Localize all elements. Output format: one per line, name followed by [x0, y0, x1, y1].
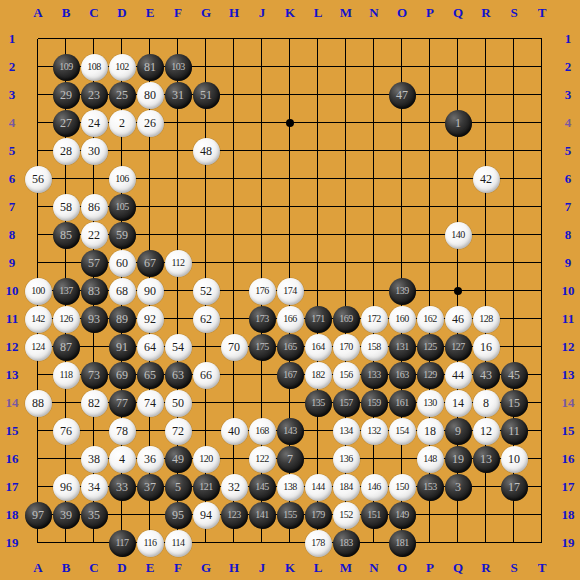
- intersection-H9[interactable]: [220, 249, 248, 277]
- intersection-N2[interactable]: [360, 53, 388, 81]
- intersection-H13[interactable]: [220, 361, 248, 389]
- intersection-C3[interactable]: 23: [80, 81, 108, 109]
- intersection-T14[interactable]: [528, 389, 556, 417]
- intersection-F1[interactable]: [164, 25, 192, 53]
- intersection-P2[interactable]: [416, 53, 444, 81]
- intersection-N10[interactable]: [360, 277, 388, 305]
- intersection-E5[interactable]: [136, 137, 164, 165]
- intersection-A9[interactable]: [24, 249, 52, 277]
- intersection-P4[interactable]: [416, 109, 444, 137]
- intersection-Q11[interactable]: 46: [444, 305, 472, 333]
- intersection-B5[interactable]: 28: [52, 137, 80, 165]
- intersection-D8[interactable]: 59: [108, 221, 136, 249]
- intersection-O8[interactable]: [388, 221, 416, 249]
- intersection-F8[interactable]: [164, 221, 192, 249]
- intersection-L19[interactable]: 178: [304, 529, 332, 557]
- intersection-J11[interactable]: 173: [248, 305, 276, 333]
- intersection-C6[interactable]: [80, 165, 108, 193]
- intersection-B13[interactable]: 118: [52, 361, 80, 389]
- intersection-H12[interactable]: 70: [220, 333, 248, 361]
- intersection-N19[interactable]: [360, 529, 388, 557]
- intersection-E16[interactable]: 36: [136, 445, 164, 473]
- intersection-C10[interactable]: 83: [80, 277, 108, 305]
- intersection-Q13[interactable]: 44: [444, 361, 472, 389]
- intersection-O4[interactable]: [388, 109, 416, 137]
- intersection-F11[interactable]: [164, 305, 192, 333]
- intersection-J4[interactable]: [248, 109, 276, 137]
- intersection-E7[interactable]: [136, 193, 164, 221]
- intersection-F14[interactable]: 50: [164, 389, 192, 417]
- intersection-R13[interactable]: 43: [472, 361, 500, 389]
- intersection-D19[interactable]: 117: [108, 529, 136, 557]
- intersection-G15[interactable]: [192, 417, 220, 445]
- intersection-N9[interactable]: [360, 249, 388, 277]
- intersection-E3[interactable]: 80: [136, 81, 164, 109]
- intersection-P3[interactable]: [416, 81, 444, 109]
- intersection-S15[interactable]: 11: [500, 417, 528, 445]
- intersection-R14[interactable]: 8: [472, 389, 500, 417]
- intersection-F13[interactable]: 63: [164, 361, 192, 389]
- intersection-J16[interactable]: 122: [248, 445, 276, 473]
- intersection-R5[interactable]: [472, 137, 500, 165]
- intersection-K1[interactable]: [276, 25, 304, 53]
- intersection-G3[interactable]: 51: [192, 81, 220, 109]
- intersection-G7[interactable]: [192, 193, 220, 221]
- intersection-K2[interactable]: [276, 53, 304, 81]
- intersection-B14[interactable]: [52, 389, 80, 417]
- intersection-E2[interactable]: 81: [136, 53, 164, 81]
- intersection-F2[interactable]: 103: [164, 53, 192, 81]
- intersection-M16[interactable]: 136: [332, 445, 360, 473]
- intersection-R16[interactable]: 13: [472, 445, 500, 473]
- intersection-R11[interactable]: 128: [472, 305, 500, 333]
- intersection-H5[interactable]: [220, 137, 248, 165]
- intersection-O15[interactable]: 154: [388, 417, 416, 445]
- intersection-N12[interactable]: 158: [360, 333, 388, 361]
- intersection-C1[interactable]: [80, 25, 108, 53]
- intersection-J8[interactable]: [248, 221, 276, 249]
- intersection-O1[interactable]: [388, 25, 416, 53]
- intersection-T19[interactable]: [528, 529, 556, 557]
- intersection-G13[interactable]: 66: [192, 361, 220, 389]
- intersection-T9[interactable]: [528, 249, 556, 277]
- intersection-N17[interactable]: 146: [360, 473, 388, 501]
- intersection-M13[interactable]: 156: [332, 361, 360, 389]
- intersection-P16[interactable]: 148: [416, 445, 444, 473]
- intersection-S16[interactable]: 10: [500, 445, 528, 473]
- intersection-C19[interactable]: [80, 529, 108, 557]
- intersection-R15[interactable]: 12: [472, 417, 500, 445]
- intersection-D14[interactable]: 77: [108, 389, 136, 417]
- intersection-P18[interactable]: [416, 501, 444, 529]
- intersection-P12[interactable]: 125: [416, 333, 444, 361]
- intersection-C5[interactable]: 30: [80, 137, 108, 165]
- intersection-S7[interactable]: [500, 193, 528, 221]
- intersection-D18[interactable]: [108, 501, 136, 529]
- intersection-A6[interactable]: 56: [24, 165, 52, 193]
- intersection-R6[interactable]: 42: [472, 165, 500, 193]
- intersection-F3[interactable]: 31: [164, 81, 192, 109]
- intersection-G9[interactable]: [192, 249, 220, 277]
- intersection-H19[interactable]: [220, 529, 248, 557]
- intersection-J13[interactable]: [248, 361, 276, 389]
- intersection-Q5[interactable]: [444, 137, 472, 165]
- intersection-A17[interactable]: [24, 473, 52, 501]
- intersection-B6[interactable]: [52, 165, 80, 193]
- intersection-K11[interactable]: 166: [276, 305, 304, 333]
- intersection-M18[interactable]: 152: [332, 501, 360, 529]
- intersection-L16[interactable]: [304, 445, 332, 473]
- intersection-B15[interactable]: 76: [52, 417, 80, 445]
- intersection-L10[interactable]: [304, 277, 332, 305]
- intersection-P1[interactable]: [416, 25, 444, 53]
- intersection-T11[interactable]: [528, 305, 556, 333]
- intersection-F4[interactable]: [164, 109, 192, 137]
- intersection-S5[interactable]: [500, 137, 528, 165]
- intersection-K12[interactable]: 165: [276, 333, 304, 361]
- intersection-J5[interactable]: [248, 137, 276, 165]
- intersection-D1[interactable]: [108, 25, 136, 53]
- intersection-S17[interactable]: 17: [500, 473, 528, 501]
- intersection-J2[interactable]: [248, 53, 276, 81]
- intersection-O19[interactable]: 181: [388, 529, 416, 557]
- intersection-D9[interactable]: 60: [108, 249, 136, 277]
- intersection-M15[interactable]: 134: [332, 417, 360, 445]
- intersection-E11[interactable]: 92: [136, 305, 164, 333]
- intersection-A10[interactable]: 100: [24, 277, 52, 305]
- intersection-B9[interactable]: [52, 249, 80, 277]
- intersection-C14[interactable]: 82: [80, 389, 108, 417]
- intersection-L15[interactable]: [304, 417, 332, 445]
- intersection-L11[interactable]: 171: [304, 305, 332, 333]
- intersection-J15[interactable]: 168: [248, 417, 276, 445]
- intersection-F10[interactable]: [164, 277, 192, 305]
- intersection-O14[interactable]: 161: [388, 389, 416, 417]
- intersection-B10[interactable]: 137: [52, 277, 80, 305]
- intersection-K15[interactable]: 143: [276, 417, 304, 445]
- intersection-S13[interactable]: 45: [500, 361, 528, 389]
- intersection-O9[interactable]: [388, 249, 416, 277]
- intersection-L18[interactable]: 179: [304, 501, 332, 529]
- intersection-E12[interactable]: 64: [136, 333, 164, 361]
- intersection-B1[interactable]: [52, 25, 80, 53]
- intersection-C4[interactable]: 24: [80, 109, 108, 137]
- intersection-L17[interactable]: 144: [304, 473, 332, 501]
- intersection-R12[interactable]: 16: [472, 333, 500, 361]
- intersection-R9[interactable]: [472, 249, 500, 277]
- intersection-P14[interactable]: 130: [416, 389, 444, 417]
- intersection-R10[interactable]: [472, 277, 500, 305]
- intersection-E13[interactable]: 65: [136, 361, 164, 389]
- intersection-Q14[interactable]: 14: [444, 389, 472, 417]
- intersection-P11[interactable]: 162: [416, 305, 444, 333]
- intersection-C15[interactable]: [80, 417, 108, 445]
- intersection-N15[interactable]: 132: [360, 417, 388, 445]
- intersection-N8[interactable]: [360, 221, 388, 249]
- intersection-M4[interactable]: [332, 109, 360, 137]
- intersection-H2[interactable]: [220, 53, 248, 81]
- intersection-R1[interactable]: [472, 25, 500, 53]
- intersection-O18[interactable]: 149: [388, 501, 416, 529]
- intersection-O6[interactable]: [388, 165, 416, 193]
- intersection-N18[interactable]: 151: [360, 501, 388, 529]
- intersection-H4[interactable]: [220, 109, 248, 137]
- intersection-C2[interactable]: 108: [80, 53, 108, 81]
- intersection-E6[interactable]: [136, 165, 164, 193]
- intersection-J1[interactable]: [248, 25, 276, 53]
- intersection-D13[interactable]: 69: [108, 361, 136, 389]
- intersection-J10[interactable]: 176: [248, 277, 276, 305]
- intersection-H18[interactable]: 123: [220, 501, 248, 529]
- intersection-F19[interactable]: 114: [164, 529, 192, 557]
- intersection-O5[interactable]: [388, 137, 416, 165]
- intersection-G6[interactable]: [192, 165, 220, 193]
- intersection-S4[interactable]: [500, 109, 528, 137]
- intersection-G12[interactable]: [192, 333, 220, 361]
- intersection-P13[interactable]: 129: [416, 361, 444, 389]
- intersection-A13[interactable]: [24, 361, 52, 389]
- intersection-N3[interactable]: [360, 81, 388, 109]
- intersection-C17[interactable]: 34: [80, 473, 108, 501]
- intersection-A4[interactable]: [24, 109, 52, 137]
- intersection-B18[interactable]: 39: [52, 501, 80, 529]
- intersection-D17[interactable]: 33: [108, 473, 136, 501]
- intersection-A8[interactable]: [24, 221, 52, 249]
- intersection-K6[interactable]: [276, 165, 304, 193]
- intersection-B7[interactable]: 58: [52, 193, 80, 221]
- intersection-F7[interactable]: [164, 193, 192, 221]
- intersection-N14[interactable]: 159: [360, 389, 388, 417]
- intersection-K19[interactable]: [276, 529, 304, 557]
- intersection-F16[interactable]: 49: [164, 445, 192, 473]
- intersection-L12[interactable]: 164: [304, 333, 332, 361]
- intersection-B4[interactable]: 27: [52, 109, 80, 137]
- intersection-O17[interactable]: 150: [388, 473, 416, 501]
- intersection-H3[interactable]: [220, 81, 248, 109]
- intersection-C13[interactable]: 73: [80, 361, 108, 389]
- intersection-A5[interactable]: [24, 137, 52, 165]
- intersection-F17[interactable]: 5: [164, 473, 192, 501]
- intersection-O12[interactable]: 131: [388, 333, 416, 361]
- intersection-N1[interactable]: [360, 25, 388, 53]
- intersection-L9[interactable]: [304, 249, 332, 277]
- intersection-G10[interactable]: 52: [192, 277, 220, 305]
- intersection-R17[interactable]: [472, 473, 500, 501]
- intersection-A3[interactable]: [24, 81, 52, 109]
- intersection-L3[interactable]: [304, 81, 332, 109]
- intersection-F15[interactable]: 72: [164, 417, 192, 445]
- intersection-R3[interactable]: [472, 81, 500, 109]
- intersection-R18[interactable]: [472, 501, 500, 529]
- intersection-K4[interactable]: [276, 109, 304, 137]
- intersection-O16[interactable]: [388, 445, 416, 473]
- intersection-T8[interactable]: [528, 221, 556, 249]
- intersection-M7[interactable]: [332, 193, 360, 221]
- intersection-F18[interactable]: 95: [164, 501, 192, 529]
- intersection-A7[interactable]: [24, 193, 52, 221]
- intersection-P8[interactable]: [416, 221, 444, 249]
- intersection-A1[interactable]: [24, 25, 52, 53]
- intersection-H15[interactable]: 40: [220, 417, 248, 445]
- intersection-M11[interactable]: 169: [332, 305, 360, 333]
- intersection-B12[interactable]: 87: [52, 333, 80, 361]
- intersection-D3[interactable]: 25: [108, 81, 136, 109]
- intersection-R19[interactable]: [472, 529, 500, 557]
- intersection-M12[interactable]: 170: [332, 333, 360, 361]
- intersection-Q3[interactable]: [444, 81, 472, 109]
- intersection-N16[interactable]: [360, 445, 388, 473]
- intersection-D2[interactable]: 102: [108, 53, 136, 81]
- intersection-Q4[interactable]: 1: [444, 109, 472, 137]
- intersection-D15[interactable]: 78: [108, 417, 136, 445]
- intersection-D16[interactable]: 4: [108, 445, 136, 473]
- intersection-G17[interactable]: 121: [192, 473, 220, 501]
- intersection-T15[interactable]: [528, 417, 556, 445]
- intersection-Q12[interactable]: 127: [444, 333, 472, 361]
- intersection-H1[interactable]: [220, 25, 248, 53]
- intersection-M9[interactable]: [332, 249, 360, 277]
- intersection-H17[interactable]: 32: [220, 473, 248, 501]
- intersection-L1[interactable]: [304, 25, 332, 53]
- intersection-M17[interactable]: 184: [332, 473, 360, 501]
- intersection-E19[interactable]: 116: [136, 529, 164, 557]
- intersection-L2[interactable]: [304, 53, 332, 81]
- intersection-A14[interactable]: 88: [24, 389, 52, 417]
- intersection-S18[interactable]: [500, 501, 528, 529]
- intersection-N13[interactable]: 133: [360, 361, 388, 389]
- intersection-G18[interactable]: 94: [192, 501, 220, 529]
- intersection-T5[interactable]: [528, 137, 556, 165]
- intersection-H10[interactable]: [220, 277, 248, 305]
- intersection-P9[interactable]: [416, 249, 444, 277]
- intersection-T7[interactable]: [528, 193, 556, 221]
- intersection-G14[interactable]: [192, 389, 220, 417]
- intersection-A18[interactable]: 97: [24, 501, 52, 529]
- intersection-J17[interactable]: 145: [248, 473, 276, 501]
- intersection-S10[interactable]: [500, 277, 528, 305]
- intersection-D6[interactable]: 106: [108, 165, 136, 193]
- intersection-E8[interactable]: [136, 221, 164, 249]
- intersection-J14[interactable]: [248, 389, 276, 417]
- intersection-K8[interactable]: [276, 221, 304, 249]
- intersection-B8[interactable]: 85: [52, 221, 80, 249]
- intersection-N7[interactable]: [360, 193, 388, 221]
- intersection-O7[interactable]: [388, 193, 416, 221]
- intersection-S11[interactable]: [500, 305, 528, 333]
- intersection-M10[interactable]: [332, 277, 360, 305]
- intersection-E17[interactable]: 37: [136, 473, 164, 501]
- intersection-M8[interactable]: [332, 221, 360, 249]
- intersection-T16[interactable]: [528, 445, 556, 473]
- intersection-D11[interactable]: 89: [108, 305, 136, 333]
- intersection-P6[interactable]: [416, 165, 444, 193]
- intersection-F12[interactable]: 54: [164, 333, 192, 361]
- intersection-A16[interactable]: [24, 445, 52, 473]
- intersection-K3[interactable]: [276, 81, 304, 109]
- intersection-N5[interactable]: [360, 137, 388, 165]
- intersection-C12[interactable]: [80, 333, 108, 361]
- intersection-C11[interactable]: 93: [80, 305, 108, 333]
- intersection-G5[interactable]: 48: [192, 137, 220, 165]
- intersection-S6[interactable]: [500, 165, 528, 193]
- intersection-J6[interactable]: [248, 165, 276, 193]
- intersection-P10[interactable]: [416, 277, 444, 305]
- intersection-G1[interactable]: [192, 25, 220, 53]
- intersection-E10[interactable]: 90: [136, 277, 164, 305]
- intersection-J7[interactable]: [248, 193, 276, 221]
- intersection-J3[interactable]: [248, 81, 276, 109]
- intersection-C18[interactable]: 35: [80, 501, 108, 529]
- intersection-F5[interactable]: [164, 137, 192, 165]
- intersection-N11[interactable]: 172: [360, 305, 388, 333]
- intersection-K16[interactable]: 7: [276, 445, 304, 473]
- intersection-B17[interactable]: 96: [52, 473, 80, 501]
- intersection-A12[interactable]: 124: [24, 333, 52, 361]
- intersection-G2[interactable]: [192, 53, 220, 81]
- intersection-H8[interactable]: [220, 221, 248, 249]
- intersection-D4[interactable]: 2: [108, 109, 136, 137]
- intersection-K7[interactable]: [276, 193, 304, 221]
- intersection-K17[interactable]: 138: [276, 473, 304, 501]
- intersection-L13[interactable]: 182: [304, 361, 332, 389]
- intersection-B16[interactable]: [52, 445, 80, 473]
- intersection-S2[interactable]: [500, 53, 528, 81]
- go-board[interactable]: 1091081028110329232580315147272422612830…: [24, 25, 556, 557]
- intersection-P17[interactable]: 153: [416, 473, 444, 501]
- intersection-H6[interactable]: [220, 165, 248, 193]
- intersection-D10[interactable]: 68: [108, 277, 136, 305]
- intersection-G16[interactable]: 120: [192, 445, 220, 473]
- intersection-B11[interactable]: 126: [52, 305, 80, 333]
- intersection-Q9[interactable]: [444, 249, 472, 277]
- intersection-M1[interactable]: [332, 25, 360, 53]
- intersection-S14[interactable]: 15: [500, 389, 528, 417]
- intersection-O2[interactable]: [388, 53, 416, 81]
- intersection-S19[interactable]: [500, 529, 528, 557]
- intersection-M2[interactable]: [332, 53, 360, 81]
- intersection-K13[interactable]: 167: [276, 361, 304, 389]
- intersection-B19[interactable]: [52, 529, 80, 557]
- intersection-F6[interactable]: [164, 165, 192, 193]
- intersection-T4[interactable]: [528, 109, 556, 137]
- intersection-G19[interactable]: [192, 529, 220, 557]
- intersection-E14[interactable]: 74: [136, 389, 164, 417]
- intersection-Q6[interactable]: [444, 165, 472, 193]
- intersection-O13[interactable]: 163: [388, 361, 416, 389]
- intersection-S3[interactable]: [500, 81, 528, 109]
- intersection-M5[interactable]: [332, 137, 360, 165]
- intersection-E15[interactable]: [136, 417, 164, 445]
- intersection-S12[interactable]: [500, 333, 528, 361]
- intersection-Q18[interactable]: [444, 501, 472, 529]
- intersection-B3[interactable]: 29: [52, 81, 80, 109]
- intersection-Q8[interactable]: 140: [444, 221, 472, 249]
- intersection-R2[interactable]: [472, 53, 500, 81]
- intersection-Q2[interactable]: [444, 53, 472, 81]
- intersection-C7[interactable]: 86: [80, 193, 108, 221]
- intersection-C8[interactable]: 22: [80, 221, 108, 249]
- intersection-T3[interactable]: [528, 81, 556, 109]
- intersection-T17[interactable]: [528, 473, 556, 501]
- intersection-L7[interactable]: [304, 193, 332, 221]
- intersection-K5[interactable]: [276, 137, 304, 165]
- intersection-A15[interactable]: [24, 417, 52, 445]
- intersection-E4[interactable]: 26: [136, 109, 164, 137]
- intersection-H14[interactable]: [220, 389, 248, 417]
- intersection-S1[interactable]: [500, 25, 528, 53]
- intersection-T13[interactable]: [528, 361, 556, 389]
- intersection-K10[interactable]: 174: [276, 277, 304, 305]
